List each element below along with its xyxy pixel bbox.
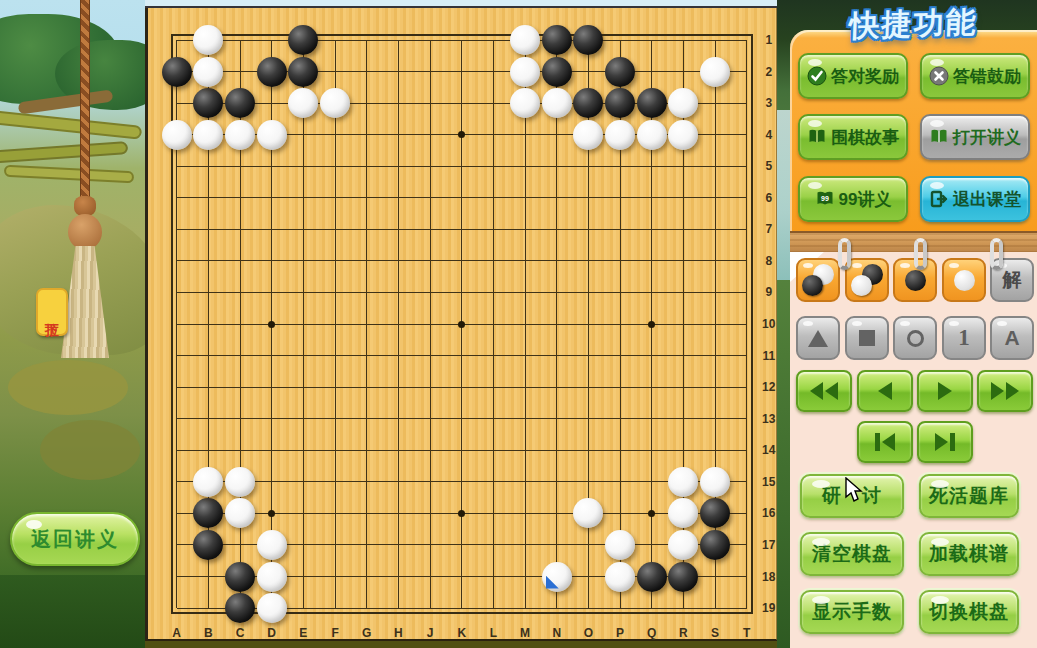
rewind-button[interactable]	[796, 370, 852, 412]
next-icon	[934, 380, 956, 402]
life-death-library-button[interactable]: 死活题库	[919, 474, 1019, 518]
column-label-C: C	[229, 626, 251, 640]
white-stone-icon	[851, 275, 872, 296]
white-stone-M2[interactable]	[510, 57, 540, 87]
right-panel: 快捷功能 答对奖励 答错鼓励 围棋故事 打开讲义 99 99讲义 退出课堂	[777, 0, 1037, 648]
column-label-O: O	[577, 626, 599, 640]
triangle-icon	[808, 330, 828, 347]
exit-door-icon	[929, 189, 949, 209]
tassel-bulb	[68, 214, 102, 250]
white-stone-B15[interactable]	[193, 467, 223, 497]
triangle-marker-button[interactable]	[796, 316, 840, 360]
play-white-pair-button[interactable]	[845, 258, 889, 302]
white-stone-N3[interactable]	[542, 88, 572, 118]
column-label-L: L	[482, 626, 504, 640]
white-stone-C15[interactable]	[225, 467, 255, 497]
left-scene: 下拉 返回讲义	[0, 0, 145, 648]
column-label-A: A	[166, 626, 188, 640]
black-stone-C3[interactable]	[225, 88, 255, 118]
button-label: 打开讲义	[953, 126, 1021, 149]
grass-foreground	[0, 575, 145, 648]
previous-icon	[874, 380, 896, 402]
star-point-Q10	[648, 321, 655, 328]
tassel-knob	[74, 196, 96, 216]
black-stone-A2[interactable]	[162, 57, 192, 87]
white-stone-P4[interactable]	[605, 120, 635, 150]
check-circle-icon	[807, 66, 827, 86]
column-label-M: M	[514, 626, 536, 640]
skip-to-end-icon	[932, 431, 958, 453]
column-label-S: S	[704, 626, 726, 640]
rock-patch	[8, 360, 128, 415]
bamboo-frame-2	[0, 141, 128, 164]
white-stone-P17[interactable]	[605, 530, 635, 560]
switch-board-button[interactable]: 切换棋盘	[919, 590, 1019, 634]
column-label-F: F	[324, 626, 346, 640]
letter-marker-button[interactable]: A	[990, 316, 1034, 360]
column-label-E: E	[292, 626, 314, 640]
column-label-P: P	[609, 626, 631, 640]
board-top-strip	[145, 0, 778, 8]
play-black-pair-button[interactable]	[796, 258, 840, 302]
tool-sheet	[790, 252, 1037, 648]
go-board[interactable]: ABCDEFGHJKLMNOPQRST 12345678910111213141…	[145, 0, 778, 648]
white-stone-S15[interactable]	[700, 467, 730, 497]
black-stone-N1[interactable]	[542, 25, 572, 55]
waterfall-backdrop	[777, 110, 790, 280]
white-stone-icon	[954, 270, 975, 291]
binder-ring	[990, 238, 1003, 270]
column-label-D: D	[261, 626, 283, 640]
circle-marker-button[interactable]	[893, 316, 937, 360]
hanging-rope	[80, 0, 90, 200]
svg-text:99: 99	[821, 195, 829, 202]
column-label-Q: Q	[641, 626, 663, 640]
white-stone-button[interactable]	[942, 258, 986, 302]
skip-to-start-icon	[872, 431, 898, 453]
white-stone-D4[interactable]	[257, 120, 287, 150]
column-label-B: B	[197, 626, 219, 640]
column-label-R: R	[672, 626, 694, 640]
black-stone-Q18[interactable]	[637, 562, 667, 592]
fast-forward-icon	[988, 380, 1022, 402]
white-stone-S2[interactable]	[700, 57, 730, 87]
black-stone-D2[interactable]	[257, 57, 287, 87]
load-game-record-button[interactable]: 加载棋谱	[919, 532, 1019, 576]
number-marker-button[interactable]: 1	[942, 316, 986, 360]
reward-correct-button[interactable]: 答对奖励	[798, 53, 908, 99]
column-label-J: J	[419, 626, 441, 640]
column-label-T: T	[736, 626, 758, 640]
black-stone-P2[interactable]	[605, 57, 635, 87]
circle-icon	[907, 330, 924, 347]
binder-ring	[914, 238, 927, 270]
button-label: 答对奖励	[831, 65, 899, 88]
app-window: 下拉 返回讲义 ABCDEFGHJKLMNOPQRST 123456789101…	[0, 0, 1037, 648]
black-stone-P3[interactable]	[605, 88, 635, 118]
square-marker-button[interactable]	[845, 316, 889, 360]
board-bottom-strip	[145, 641, 778, 648]
number-1-icon: 1	[958, 325, 970, 351]
black-stone-R18[interactable]	[668, 562, 698, 592]
black-stone-icon	[905, 270, 926, 291]
open-lecture-button[interactable]: 打开讲义	[920, 114, 1030, 160]
column-label-K: K	[451, 626, 473, 640]
white-stone-B4[interactable]	[193, 120, 223, 150]
encourage-wrong-button[interactable]: 答错鼓励	[920, 53, 1030, 99]
white-stone-M1[interactable]	[510, 25, 540, 55]
show-move-numbers-button[interactable]: 显示手数	[800, 590, 904, 634]
black-stone-N2[interactable]	[542, 57, 572, 87]
white-stone-A4[interactable]	[162, 120, 192, 150]
white-stone-F3[interactable]	[320, 88, 350, 118]
exit-class-button[interactable]: 退出课堂	[920, 176, 1030, 222]
button-label: 答错鼓励	[953, 65, 1021, 88]
white-stone-D18[interactable]	[257, 562, 287, 592]
bamboo-frame-3	[4, 165, 134, 184]
research-button[interactable]: 研 讨	[800, 474, 904, 518]
white-stone-O4[interactable]	[573, 120, 603, 150]
black-stone-E2[interactable]	[288, 57, 318, 87]
fast-forward-button[interactable]	[977, 370, 1033, 412]
blue-triangle-marker	[546, 576, 559, 589]
next-move-button[interactable]	[917, 370, 973, 412]
white-stone-Q4[interactable]	[637, 120, 667, 150]
back-to-lecture-button[interactable]: 返回讲义	[10, 512, 140, 566]
black-stone-C19[interactable]	[225, 593, 255, 623]
black-stone-Q3[interactable]	[637, 88, 667, 118]
white-stone-B2[interactable]	[193, 57, 223, 87]
button-label: 围棋故事	[831, 126, 899, 149]
book-icon	[807, 127, 827, 147]
white-stone-D19[interactable]	[257, 593, 287, 623]
black-stone-C18[interactable]	[225, 562, 255, 592]
panel-title: 快捷功能	[789, 0, 1037, 49]
last-move-button[interactable]	[917, 421, 973, 463]
lecture-99-button[interactable]: 99 99讲义	[798, 176, 908, 222]
rock-patch-2	[40, 420, 140, 480]
star-point-D10	[268, 321, 275, 328]
go-story-button[interactable]: 围棋故事	[798, 114, 908, 160]
black-stone-icon	[802, 275, 823, 296]
pull-down-tab[interactable]: 下拉	[36, 288, 68, 336]
clear-board-button[interactable]: 清空棋盘	[800, 532, 904, 576]
square-icon	[859, 330, 875, 346]
star-point-K10	[458, 321, 465, 328]
black-stone-S17[interactable]	[700, 530, 730, 560]
white-stone-R4[interactable]	[668, 120, 698, 150]
white-stone-P18[interactable]	[605, 562, 635, 592]
first-move-button[interactable]	[857, 421, 913, 463]
white-stone-N18[interactable]	[542, 562, 572, 592]
white-stone-M3[interactable]	[510, 88, 540, 118]
button-label: 99讲义	[839, 188, 892, 211]
rewind-icon	[807, 380, 841, 402]
previous-move-button[interactable]	[857, 370, 913, 412]
x-circle-icon	[929, 66, 949, 86]
button-label: 退出课堂	[953, 188, 1021, 211]
letter-a-icon: A	[1004, 326, 1019, 350]
book-99-icon: 99	[815, 189, 835, 209]
column-label-N: N	[546, 626, 568, 640]
column-label-H: H	[387, 626, 409, 640]
white-stone-C4[interactable]	[225, 120, 255, 150]
binder-ring	[838, 238, 851, 270]
column-label-G: G	[356, 626, 378, 640]
bamboo-frame	[0, 110, 142, 140]
open-book-icon	[929, 127, 949, 147]
white-stone-D17[interactable]	[257, 530, 287, 560]
